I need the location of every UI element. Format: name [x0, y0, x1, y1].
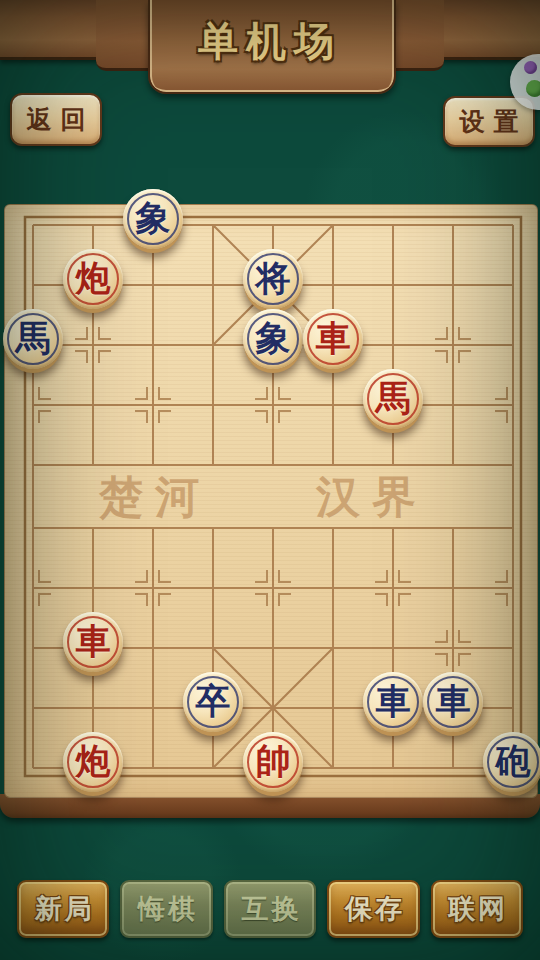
piece-glyph: 炮	[76, 744, 111, 779]
piece-black-象-0[interactable]: 象	[123, 189, 183, 249]
piece-glyph: 象	[136, 201, 171, 236]
piece-glyph: 馬	[16, 321, 51, 356]
bubble-dot-purple-icon	[524, 61, 537, 74]
piece-glyph: 車	[376, 684, 411, 719]
piece-black-象-4[interactable]: 象	[243, 309, 303, 369]
toolbar: 新局 悔棋 互换 保存 联网	[0, 880, 540, 938]
piece-glyph: 象	[256, 321, 291, 356]
undo-move-button[interactable]: 悔棋	[120, 880, 212, 938]
bubble-dot-green-icon	[526, 80, 540, 97]
piece-glyph: 炮	[76, 261, 111, 296]
network-button[interactable]: 联网	[431, 880, 523, 938]
piece-glyph: 車	[76, 624, 111, 659]
piece-red-車-7[interactable]: 車	[63, 612, 123, 672]
new-game-button[interactable]: 新局	[17, 880, 109, 938]
piece-glyph: 帥	[256, 744, 291, 779]
piece-red-炮-1[interactable]: 炮	[63, 249, 123, 309]
piece-glyph: 砲	[496, 744, 531, 779]
piece-black-将-2[interactable]: 将	[243, 249, 303, 309]
piece-black-車-10[interactable]: 車	[423, 672, 483, 732]
piece-black-車-9[interactable]: 車	[363, 672, 423, 732]
piece-red-車-5[interactable]: 車	[303, 309, 363, 369]
app-screen: 楚河汉界 象炮将馬象車馬車卒車車炮帥砲 单机场 返回 设置 新局 悔棋 互换 保…	[0, 0, 540, 960]
piece-red-馬-6[interactable]: 馬	[363, 369, 423, 429]
swap-sides-button[interactable]: 互换	[224, 880, 316, 938]
piece-black-卒-8[interactable]: 卒	[183, 672, 243, 732]
piece-glyph: 将	[256, 261, 291, 296]
piece-glyph: 車	[316, 321, 351, 356]
piece-red-炮-11[interactable]: 炮	[63, 732, 123, 792]
piece-glyph: 馬	[376, 381, 411, 416]
piece-black-馬-3[interactable]: 馬	[3, 309, 63, 369]
piece-red-帥-12[interactable]: 帥	[243, 732, 303, 792]
pieces-layer: 象炮将馬象車馬車卒車車炮帥砲	[0, 195, 540, 810]
piece-glyph: 車	[436, 684, 471, 719]
save-button[interactable]: 保存	[327, 880, 419, 938]
back-button[interactable]: 返回	[10, 93, 102, 146]
piece-glyph: 卒	[196, 684, 231, 719]
page-title: 单机场	[0, 14, 540, 69]
piece-black-砲-13[interactable]: 砲	[483, 732, 540, 792]
